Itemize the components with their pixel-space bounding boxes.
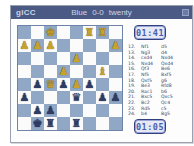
- square-g7[interactable]: [96, 39, 109, 52]
- white-pawn[interactable]: ♟: [44, 104, 57, 117]
- square-g4[interactable]: [96, 78, 109, 91]
- black-pawn[interactable]: ♟: [31, 39, 44, 52]
- square-g1[interactable]: [96, 117, 109, 130]
- square-h1[interactable]: [109, 117, 122, 130]
- square-e4[interactable]: ♟: [70, 78, 83, 91]
- square-g3[interactable]: ♟: [96, 91, 109, 104]
- white-clock: 01:05: [134, 119, 166, 134]
- square-h2[interactable]: [109, 104, 122, 117]
- square-g6[interactable]: [96, 52, 109, 65]
- black-rook[interactable]: ♜: [83, 26, 96, 39]
- square-d1[interactable]: [57, 117, 70, 130]
- square-g5[interactable]: ♝: [96, 65, 109, 78]
- square-a8[interactable]: [18, 26, 31, 39]
- square-b4[interactable]: ♟: [31, 78, 44, 91]
- square-e1[interactable]: ♜: [70, 117, 83, 130]
- square-a1[interactable]: [18, 117, 31, 130]
- square-a2[interactable]: [18, 104, 31, 117]
- square-d6[interactable]: [57, 52, 70, 65]
- square-a4[interactable]: [18, 78, 31, 91]
- square-g8[interactable]: ♜: [96, 26, 109, 39]
- white-move: b4: [141, 111, 161, 117]
- square-a6[interactable]: [18, 52, 31, 65]
- square-e3[interactable]: ♛: [70, 91, 83, 104]
- match-score: 0-0: [92, 6, 104, 19]
- chess-board[interactable]: ♚♜♜♟♟♟♟♟♟♝♟♛♟♟♟♟♛♟♟♟♟♚♜♜: [17, 25, 123, 131]
- square-c4[interactable]: ♛: [44, 78, 57, 91]
- black-pawn[interactable]: ♟: [18, 39, 31, 52]
- board-area: ♚♜♜♟♟♟♟♟♟♝♟♛♟♟♟♟♛♟♟♟♟♚♜♜: [14, 22, 126, 134]
- black-pawn[interactable]: ♟: [44, 39, 57, 52]
- black-rook[interactable]: ♜: [96, 26, 109, 39]
- move-row-24: 24.b4Bg5: [128, 111, 182, 117]
- square-f3[interactable]: [83, 91, 96, 104]
- square-h5[interactable]: [109, 65, 122, 78]
- square-h7[interactable]: ♟: [109, 39, 122, 52]
- square-c5[interactable]: [44, 65, 57, 78]
- square-d2[interactable]: [57, 104, 70, 117]
- square-f4[interactable]: ♟: [83, 78, 96, 91]
- white-pawn[interactable]: ♟: [57, 78, 70, 91]
- square-f7[interactable]: [83, 39, 96, 52]
- title-bar[interactable]: gICC Blue 0-0 twenty: [11, 6, 192, 19]
- square-b1[interactable]: ♚: [31, 117, 44, 130]
- square-c3[interactable]: [44, 91, 57, 104]
- square-f2[interactable]: [83, 104, 96, 117]
- square-a7[interactable]: ♟: [18, 39, 31, 52]
- white-queen[interactable]: ♛: [70, 91, 83, 104]
- black-clock: 01:41: [134, 25, 166, 40]
- square-c2[interactable]: ♟: [44, 104, 57, 117]
- match-description: Blue 0-0 twenty: [11, 6, 192, 19]
- square-f8[interactable]: ♜: [83, 26, 96, 39]
- white-pawn[interactable]: ♟: [31, 104, 44, 117]
- black-pawn[interactable]: ♟: [109, 39, 122, 52]
- move-number: 24.: [128, 111, 141, 117]
- black-pawn[interactable]: ♟: [57, 65, 70, 78]
- square-e2[interactable]: [70, 104, 83, 117]
- white-rook[interactable]: ♜: [70, 117, 83, 130]
- square-d4[interactable]: ♟: [57, 78, 70, 91]
- square-b8[interactable]: [31, 26, 44, 39]
- square-e5[interactable]: [70, 65, 83, 78]
- white-pawn[interactable]: ♟: [96, 91, 109, 104]
- square-e8[interactable]: [70, 26, 83, 39]
- white-rook[interactable]: ♜: [44, 117, 57, 130]
- black-player-name: twenty: [109, 6, 132, 19]
- square-g2[interactable]: [96, 104, 109, 117]
- square-b2[interactable]: ♟: [31, 104, 44, 117]
- black-clock-time: 01:41: [136, 28, 164, 38]
- black-king[interactable]: ♚: [44, 26, 57, 39]
- square-d5[interactable]: ♟: [57, 65, 70, 78]
- white-player-name: Blue: [71, 6, 87, 19]
- square-f5[interactable]: [83, 65, 96, 78]
- square-a3[interactable]: ♟: [18, 91, 31, 104]
- square-h6[interactable]: [109, 52, 122, 65]
- white-pawn[interactable]: ♟: [83, 78, 96, 91]
- square-d3[interactable]: [57, 91, 70, 104]
- black-pawn[interactable]: ♟: [70, 52, 83, 65]
- square-c1[interactable]: ♜: [44, 117, 57, 130]
- square-b5[interactable]: [31, 65, 44, 78]
- square-a5[interactable]: [18, 65, 31, 78]
- square-d8[interactable]: [57, 26, 70, 39]
- black-pawn[interactable]: ♟: [70, 78, 83, 91]
- black-move: Bg5: [161, 111, 179, 117]
- chess-client-window: gICC Blue 0-0 twenty ♚♜♜♟♟♟♟♟♟♝♟♛♟♟♟♟♛♟♟…: [10, 5, 193, 143]
- move-list[interactable]: 12.Nf1d513.Ng3d414.cxd4Nxd415.Nxd4Qxd416…: [128, 44, 182, 118]
- square-b3[interactable]: [31, 91, 44, 104]
- square-f1[interactable]: [83, 117, 96, 130]
- square-e7[interactable]: [70, 39, 83, 52]
- square-f6[interactable]: [83, 52, 96, 65]
- white-pawn[interactable]: ♟: [31, 78, 44, 91]
- square-h8[interactable]: [109, 26, 122, 39]
- white-pawn[interactable]: ♟: [109, 91, 122, 104]
- square-c6[interactable]: [44, 52, 57, 65]
- square-b7[interactable]: ♟: [31, 39, 44, 52]
- square-h4[interactable]: [109, 78, 122, 91]
- square-e6[interactable]: ♟: [70, 52, 83, 65]
- square-c7[interactable]: ♟: [44, 39, 57, 52]
- white-clock-time: 01:05: [136, 122, 164, 132]
- square-h3[interactable]: ♟: [109, 91, 122, 104]
- white-pawn[interactable]: ♟: [18, 91, 31, 104]
- square-d7[interactable]: [57, 39, 70, 52]
- black-bishop[interactable]: ♝: [96, 65, 109, 78]
- black-queen[interactable]: ♛: [44, 78, 57, 91]
- window-close-button[interactable]: [182, 9, 189, 16]
- square-c8[interactable]: ♚: [44, 26, 57, 39]
- white-king[interactable]: ♚: [31, 117, 44, 130]
- square-b6[interactable]: [31, 52, 44, 65]
